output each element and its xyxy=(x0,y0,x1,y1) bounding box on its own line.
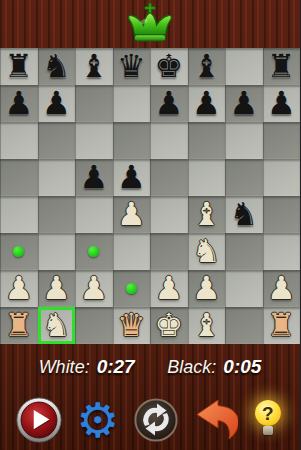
square-g3[interactable] xyxy=(225,233,263,270)
undo-button[interactable] xyxy=(192,398,238,442)
flip-board-button[interactable] xyxy=(134,398,178,442)
black-pawn: ♟ xyxy=(42,85,71,122)
square-a8[interactable]: ♜ xyxy=(0,48,38,85)
square-h2[interactable]: ♟ xyxy=(263,270,301,307)
square-c6[interactable] xyxy=(75,122,113,159)
black-pawn: ♟ xyxy=(267,85,296,122)
gear-icon: ⚙ xyxy=(76,396,119,444)
square-h1[interactable]: ♜ xyxy=(263,307,301,344)
black-pawn: ♟ xyxy=(154,85,183,122)
black-knight: ♞ xyxy=(42,48,71,85)
square-f5[interactable] xyxy=(188,159,226,196)
square-e3[interactable] xyxy=(150,233,188,270)
white-bishop: ♝ xyxy=(192,307,221,344)
black-pawn: ♟ xyxy=(79,159,108,196)
square-f6[interactable] xyxy=(188,122,226,159)
square-a7[interactable]: ♟ xyxy=(0,85,38,122)
move-hint-dot xyxy=(13,246,24,257)
square-b7[interactable]: ♟ xyxy=(38,85,76,122)
black-bishop: ♝ xyxy=(79,48,108,85)
white-king: ♚ xyxy=(154,307,183,344)
play-button[interactable] xyxy=(16,397,62,443)
square-c2[interactable]: ♟ xyxy=(75,270,113,307)
white-queen: ♛ xyxy=(117,307,146,344)
black-clock-time: 0:05 xyxy=(223,356,261,378)
square-f3[interactable]: ♞ xyxy=(188,233,226,270)
white-pawn: ♟ xyxy=(42,270,71,307)
question-mark: ? xyxy=(262,404,274,423)
black-pawn: ♟ xyxy=(117,159,146,196)
square-h6[interactable] xyxy=(263,122,301,159)
chess-app: ♜♞♝♛♚♝♜♟♟♟♟♟♟♟♟♟♝♞♞♟♟♟♟♟♟♜♞♛♚♝♜ White: 0… xyxy=(0,0,300,450)
white-pawn: ♟ xyxy=(4,270,33,307)
square-e5[interactable] xyxy=(150,159,188,196)
white-pawn: ♟ xyxy=(79,270,108,307)
square-b3[interactable] xyxy=(38,233,76,270)
clock-bar: White: 0:27 Black: 0:05 xyxy=(0,344,300,390)
black-clock-label: Black: xyxy=(167,357,216,378)
square-e7[interactable]: ♟ xyxy=(150,85,188,122)
square-g4[interactable]: ♞ xyxy=(225,196,263,233)
square-b4[interactable] xyxy=(38,196,76,233)
black-rook: ♜ xyxy=(267,48,296,85)
sync-arrows-icon xyxy=(134,398,178,442)
square-f4[interactable]: ♝ xyxy=(188,196,226,233)
white-pawn: ♟ xyxy=(117,196,146,233)
square-e6[interactable] xyxy=(150,122,188,159)
square-c7[interactable] xyxy=(75,85,113,122)
square-d6[interactable] xyxy=(113,122,151,159)
black-clock: Black: 0:05 xyxy=(167,356,261,378)
square-d5[interactable]: ♟ xyxy=(113,159,151,196)
white-clock-time: 0:27 xyxy=(97,356,135,378)
square-e4[interactable] xyxy=(150,196,188,233)
square-a6[interactable] xyxy=(0,122,38,159)
green-king-icon xyxy=(124,2,176,46)
square-h5[interactable] xyxy=(263,159,301,196)
square-c1[interactable] xyxy=(75,307,113,344)
black-queen: ♛ xyxy=(117,48,146,85)
square-h3[interactable] xyxy=(263,233,301,270)
black-pawn: ♟ xyxy=(4,85,33,122)
square-e2[interactable]: ♟ xyxy=(150,270,188,307)
square-c3[interactable] xyxy=(75,233,113,270)
white-rook: ♜ xyxy=(4,307,33,344)
lightbulb-question-icon: ? xyxy=(252,398,284,442)
square-e1[interactable]: ♚ xyxy=(150,307,188,344)
black-pawn: ♟ xyxy=(192,85,221,122)
square-a5[interactable] xyxy=(0,159,38,196)
square-b8[interactable]: ♞ xyxy=(38,48,76,85)
undo-arrow-icon xyxy=(192,398,238,442)
square-a4[interactable] xyxy=(0,196,38,233)
white-pawn: ♟ xyxy=(154,270,183,307)
square-f2[interactable]: ♟ xyxy=(188,270,226,307)
square-e8[interactable]: ♚ xyxy=(150,48,188,85)
move-hint-dot xyxy=(88,246,99,257)
settings-button[interactable]: ⚙ xyxy=(76,396,119,444)
square-a1[interactable]: ♜ xyxy=(0,307,38,344)
hint-button[interactable]: ? xyxy=(252,398,284,442)
square-d2[interactable] xyxy=(113,270,151,307)
square-f8[interactable]: ♝ xyxy=(188,48,226,85)
square-b5[interactable] xyxy=(38,159,76,196)
white-clock: White: 0:27 xyxy=(39,356,135,378)
square-d4[interactable]: ♟ xyxy=(113,196,151,233)
square-d8[interactable]: ♛ xyxy=(113,48,151,85)
black-bishop: ♝ xyxy=(192,48,221,85)
black-knight: ♞ xyxy=(229,196,258,233)
square-c8[interactable]: ♝ xyxy=(75,48,113,85)
white-rook: ♜ xyxy=(267,307,296,344)
square-c5[interactable]: ♟ xyxy=(75,159,113,196)
square-g1[interactable] xyxy=(225,307,263,344)
black-pawn: ♟ xyxy=(229,85,258,122)
square-f7[interactable]: ♟ xyxy=(188,85,226,122)
white-knight: ♞ xyxy=(42,307,71,344)
white-clock-label: White: xyxy=(39,357,90,378)
white-knight: ♞ xyxy=(192,233,221,270)
square-g8[interactable] xyxy=(225,48,263,85)
square-a3[interactable] xyxy=(0,233,38,270)
chess-board: ♜♞♝♛♚♝♜♟♟♟♟♟♟♟♟♟♝♞♞♟♟♟♟♟♟♜♞♛♚♝♜ xyxy=(0,48,300,344)
square-g7[interactable]: ♟ xyxy=(225,85,263,122)
move-hint-dot xyxy=(126,283,137,294)
square-d1[interactable]: ♛ xyxy=(113,307,151,344)
square-b6[interactable] xyxy=(38,122,76,159)
square-h4[interactable] xyxy=(263,196,301,233)
square-b1[interactable]: ♞ xyxy=(38,307,76,344)
black-king: ♚ xyxy=(154,48,183,85)
square-b2[interactable]: ♟ xyxy=(38,270,76,307)
square-a2[interactable]: ♟ xyxy=(0,270,38,307)
black-rook: ♜ xyxy=(4,48,33,85)
play-icon xyxy=(16,397,62,443)
square-g5[interactable] xyxy=(225,159,263,196)
square-g6[interactable] xyxy=(225,122,263,159)
white-pawn: ♟ xyxy=(192,270,221,307)
square-d3[interactable] xyxy=(113,233,151,270)
square-f1[interactable]: ♝ xyxy=(188,307,226,344)
white-bishop: ♝ xyxy=(192,196,221,233)
turn-indicator xyxy=(0,0,300,48)
white-pawn: ♟ xyxy=(267,270,296,307)
square-h7[interactable]: ♟ xyxy=(263,85,301,122)
square-h8[interactable]: ♜ xyxy=(263,48,301,85)
square-d7[interactable] xyxy=(113,85,151,122)
square-g2[interactable] xyxy=(225,270,263,307)
square-c4[interactable] xyxy=(75,196,113,233)
toolbar: ⚙ xyxy=(0,390,300,450)
